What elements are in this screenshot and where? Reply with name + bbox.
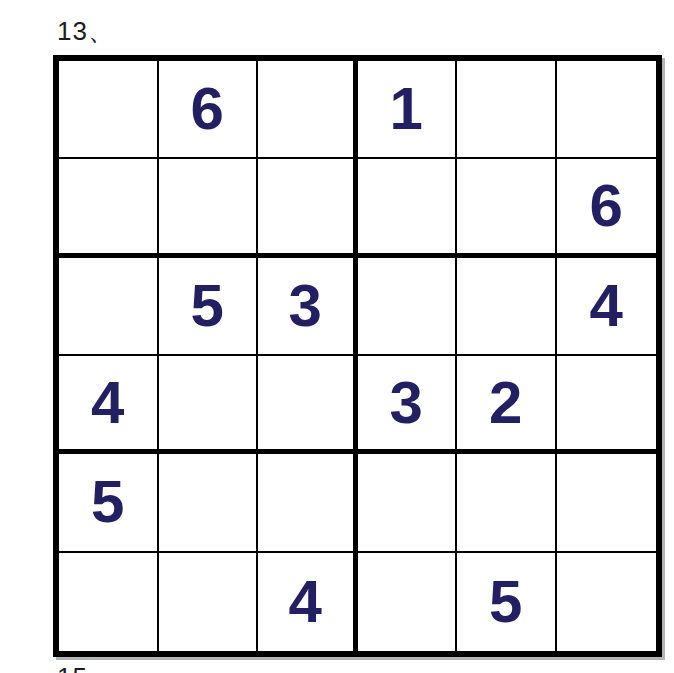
cell-r3c6[interactable]: 4	[557, 258, 657, 356]
cell-r6c2[interactable]	[159, 553, 259, 651]
puzzle-number-bottom: 15、	[57, 660, 115, 673]
cell-r2c2[interactable]	[159, 159, 259, 257]
cell-r6c1[interactable]	[59, 553, 159, 651]
sudoku-board: 616534432545	[53, 55, 662, 657]
puzzle-number-top: 13、	[57, 14, 115, 49]
cell-r5c5[interactable]	[457, 454, 557, 552]
cell-r2c1[interactable]	[59, 159, 159, 257]
cell-r6c3[interactable]: 4	[258, 553, 358, 651]
cell-r2c3[interactable]	[258, 159, 358, 257]
cell-r1c1[interactable]	[59, 61, 159, 159]
cell-r1c2[interactable]: 6	[159, 61, 259, 159]
cell-r2c5[interactable]	[457, 159, 557, 257]
cell-r4c3[interactable]	[258, 356, 358, 454]
cell-r1c4[interactable]: 1	[358, 61, 458, 159]
cell-r5c6[interactable]	[557, 454, 657, 552]
cell-r4c6[interactable]	[557, 356, 657, 454]
cell-r3c2[interactable]: 5	[159, 258, 259, 356]
cell-r4c5[interactable]: 2	[457, 356, 557, 454]
cell-r4c4[interactable]: 3	[358, 356, 458, 454]
cell-r5c4[interactable]	[358, 454, 458, 552]
cell-r1c6[interactable]	[557, 61, 657, 159]
cell-r1c3[interactable]	[258, 61, 358, 159]
cell-r2c6[interactable]: 6	[557, 159, 657, 257]
cell-r4c1[interactable]: 4	[59, 356, 159, 454]
cell-r1c5[interactable]	[457, 61, 557, 159]
cell-r2c4[interactable]	[358, 159, 458, 257]
cell-r3c3[interactable]: 3	[258, 258, 358, 356]
puzzle-page: 13、 616534432545 15、	[0, 0, 674, 673]
cell-r5c1[interactable]: 5	[59, 454, 159, 552]
cell-r3c5[interactable]	[457, 258, 557, 356]
cell-r4c2[interactable]	[159, 356, 259, 454]
cell-r6c5[interactable]: 5	[457, 553, 557, 651]
cell-r6c6[interactable]	[557, 553, 657, 651]
cell-r5c2[interactable]	[159, 454, 259, 552]
cell-r3c1[interactable]	[59, 258, 159, 356]
cell-r5c3[interactable]	[258, 454, 358, 552]
cell-r6c4[interactable]	[358, 553, 458, 651]
cell-r3c4[interactable]	[358, 258, 458, 356]
